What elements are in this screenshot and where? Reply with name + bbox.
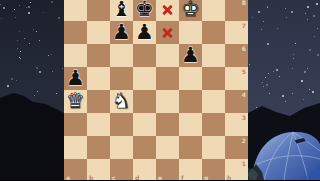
star [39, 40, 40, 41]
file-label-g: g [204, 175, 208, 181]
square-e5[interactable] [156, 67, 179, 90]
star [269, 93, 270, 94]
star [304, 71, 306, 73]
square-d5[interactable] [133, 67, 156, 90]
star [293, 54, 294, 55]
star [292, 93, 293, 94]
star [291, 11, 293, 13]
piece-white-knight[interactable]: ♞ [110, 90, 133, 113]
red-x-mark [162, 4, 174, 16]
star [276, 69, 278, 71]
square-g1[interactable]: g [202, 159, 225, 180]
square-f5[interactable] [179, 67, 202, 90]
square-a7[interactable] [64, 21, 87, 44]
star [37, 91, 38, 92]
square-g5[interactable] [202, 67, 225, 90]
square-c1[interactable]: c [110, 159, 133, 180]
square-c7[interactable]: ♟ [110, 21, 133, 44]
star [268, 73, 269, 74]
square-f4[interactable] [179, 90, 202, 113]
square-a1[interactable]: a [64, 159, 87, 180]
square-e7[interactable] [156, 21, 179, 44]
square-e4[interactable] [156, 90, 179, 113]
star [51, 1, 53, 3]
square-a8[interactable] [64, 0, 87, 21]
square-b8[interactable] [87, 0, 110, 21]
square-d7[interactable]: ♟ [133, 21, 156, 44]
square-e3[interactable] [156, 113, 179, 136]
square-b3[interactable] [87, 113, 110, 136]
file-label-b: b [89, 175, 93, 181]
star [293, 58, 294, 59]
star [56, 93, 57, 94]
square-a6[interactable] [64, 44, 87, 67]
file-label-a: a [66, 175, 70, 181]
square-g6[interactable] [202, 44, 225, 67]
rank-label-5: 5 [242, 69, 246, 75]
star [285, 8, 286, 9]
star [17, 48, 18, 49]
square-c3[interactable] [110, 113, 133, 136]
star [277, 28, 278, 29]
rank-label-4: 4 [242, 92, 246, 98]
square-h2[interactable]: 2 [225, 136, 248, 159]
square-e2[interactable] [156, 136, 179, 159]
piece-black-pawn[interactable]: ♟ [179, 44, 202, 67]
square-h8[interactable]: 8 [225, 0, 248, 21]
square-b7[interactable] [87, 21, 110, 44]
rank-label-2: 2 [242, 138, 246, 144]
star [36, 31, 37, 32]
square-d4[interactable] [133, 90, 156, 113]
star [262, 82, 263, 83]
square-c4[interactable]: ♞ [110, 90, 133, 113]
square-c2[interactable] [110, 136, 133, 159]
square-h1[interactable]: 1h [225, 159, 248, 180]
piece-black-pawn[interactable]: ♟ [110, 21, 133, 44]
red-x-mark [162, 27, 174, 39]
square-e8[interactable] [156, 0, 179, 21]
square-e1[interactable]: e [156, 159, 179, 180]
square-h3[interactable]: 3 [225, 113, 248, 136]
square-d6[interactable] [133, 44, 156, 67]
star [252, 17, 253, 18]
square-f8[interactable]: ♚ [179, 0, 202, 21]
square-g8[interactable] [202, 0, 225, 21]
rank-label-7: 7 [242, 23, 246, 29]
star [307, 19, 308, 20]
piece-black-bishop[interactable]: ♝ [110, 0, 133, 21]
star [258, 11, 260, 13]
square-b5[interactable] [87, 67, 110, 90]
square-c5[interactable] [110, 67, 133, 90]
star [1, 18, 2, 19]
square-g4[interactable] [202, 90, 225, 113]
square-a4[interactable]: ♛ [64, 90, 87, 113]
piece-white-king[interactable]: ♚ [179, 0, 202, 21]
square-h7[interactable]: 7 [225, 21, 248, 44]
square-d8[interactable]: ♚ [133, 0, 156, 21]
square-c6[interactable] [110, 44, 133, 67]
night-sky-left [0, 0, 64, 180]
file-label-h: h [227, 175, 231, 181]
square-b1[interactable]: b [87, 159, 110, 180]
star [307, 6, 309, 8]
star [263, 21, 264, 22]
star [273, 71, 274, 72]
square-f2[interactable] [179, 136, 202, 159]
star [312, 91, 314, 93]
square-g2[interactable] [202, 136, 225, 159]
file-label-f: f [181, 175, 184, 181]
star [309, 49, 311, 51]
square-a5[interactable]: ♟ [64, 67, 87, 90]
star [51, 54, 52, 55]
square-g3[interactable] [202, 113, 225, 136]
star [62, 68, 63, 69]
star [267, 43, 269, 45]
square-b4[interactable] [87, 90, 110, 113]
square-d1[interactable]: d [133, 159, 156, 180]
piece-white-queen[interactable]: ♛ [64, 90, 87, 113]
square-h4[interactable]: 4 [225, 90, 248, 113]
square-f6[interactable]: ♟ [179, 44, 202, 67]
square-f7[interactable] [179, 21, 202, 44]
square-a2[interactable] [64, 136, 87, 159]
square-c8[interactable]: ♝ [110, 0, 133, 21]
square-b6[interactable] [87, 44, 110, 67]
star [58, 17, 60, 19]
rank-label-3: 3 [242, 115, 246, 121]
star [307, 68, 308, 69]
square-f1[interactable]: f [179, 159, 202, 180]
file-label-c: c [112, 175, 116, 181]
piece-black-pawn[interactable]: ♟ [64, 67, 87, 90]
star [33, 29, 34, 30]
rank-label-6: 6 [242, 46, 246, 52]
star [282, 95, 284, 97]
square-a3[interactable] [64, 113, 87, 136]
rank-label-8: 8 [242, 0, 246, 6]
star [263, 86, 264, 87]
chess-board: ♝♚♚8♟♟7♟6♟5♛♞432abcdefg1h [64, 0, 248, 180]
piece-black-king[interactable]: ♚ [133, 0, 156, 21]
file-label-d: d [135, 175, 139, 181]
piece-black-pawn[interactable]: ♟ [133, 21, 156, 44]
square-h5[interactable]: 5 [225, 67, 248, 90]
star [34, 95, 35, 96]
star [36, 67, 38, 69]
square-h6[interactable]: 6 [225, 44, 248, 67]
square-d3[interactable] [133, 113, 156, 136]
star [266, 84, 268, 86]
square-e6[interactable] [156, 44, 179, 67]
star [286, 17, 287, 18]
square-d2[interactable] [133, 136, 156, 159]
file-label-e: e [158, 175, 162, 181]
square-g7[interactable] [202, 21, 225, 44]
star [48, 55, 49, 56]
square-b2[interactable] [87, 136, 110, 159]
rank-label-1: 1 [242, 161, 246, 167]
star [14, 9, 15, 10]
square-f3[interactable] [179, 113, 202, 136]
screenshot-stage: ♝♚♚8♟♟7♟6♟5♛♞432abcdefg1h [0, 0, 320, 180]
